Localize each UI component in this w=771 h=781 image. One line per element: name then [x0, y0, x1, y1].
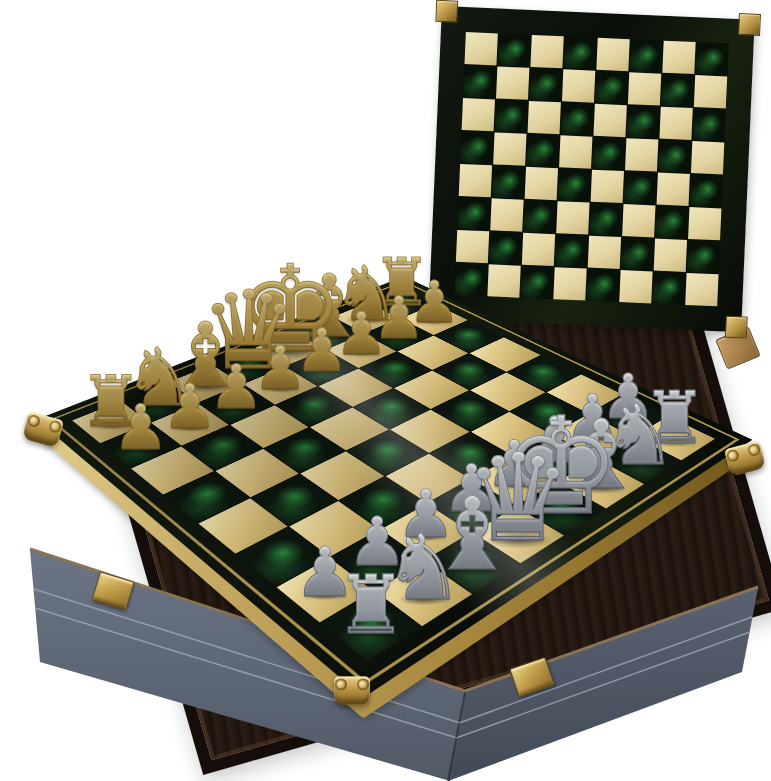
empty-board-square-c4	[525, 167, 558, 200]
empty-board-square-f2	[621, 237, 654, 270]
corner-bracket	[738, 13, 761, 36]
empty-board-square-h6	[692, 108, 725, 141]
empty-board-square-b7	[496, 66, 529, 99]
empty-board-square-d3	[556, 201, 589, 234]
empty-board	[428, 6, 754, 332]
empty-board-square-a7	[463, 65, 496, 98]
empty-board-square-a4	[459, 164, 492, 197]
empty-board-square-f4	[624, 171, 657, 204]
empty-board-square-h1	[685, 273, 718, 306]
empty-board-square-b5	[493, 132, 526, 165]
empty-board-square-d1	[553, 267, 586, 300]
empty-board-square-e5	[592, 137, 625, 170]
empty-board-square-a8	[464, 32, 497, 65]
empty-board-square-d8	[563, 36, 596, 69]
empty-board-square-c7	[529, 68, 562, 101]
empty-board-square-c1	[520, 266, 553, 299]
empty-board-square-g5	[658, 140, 691, 173]
empty-board-square-b1	[487, 264, 520, 297]
empty-board-square-e3	[589, 203, 622, 236]
empty-board-square-h3	[688, 207, 721, 240]
product-photo-scene: ♜♞♝♛♚♝♞♜♟♟♟♟♟♟♟♟♟♟♟♟♟♟♟♟♜♞♝♛♚♝♞♜	[0, 0, 771, 781]
empty-board-square-g2	[654, 239, 687, 272]
empty-board-square-b4	[492, 165, 525, 198]
empty-board-square-e2	[588, 236, 621, 269]
empty-board-square-b8	[497, 34, 530, 67]
empty-board-square-c2	[522, 233, 555, 266]
empty-board-square-c5	[526, 134, 559, 167]
empty-board-square-a5	[460, 131, 493, 164]
empty-board-square-h8	[695, 42, 728, 75]
empty-board-square-e7	[595, 71, 628, 104]
empty-board-square-c3	[523, 200, 556, 233]
empty-board-square-b3	[490, 198, 523, 231]
empty-board-square-f3	[622, 204, 655, 237]
empty-board-square-h2	[687, 240, 720, 273]
empty-board-square-a6	[462, 98, 495, 131]
empty-board-square-f8	[629, 39, 662, 72]
empty-board-square-a2	[456, 230, 489, 263]
empty-board-square-a1	[454, 263, 487, 296]
empty-board-square-c8	[530, 35, 563, 68]
empty-board-square-b6	[495, 99, 528, 132]
empty-board-square-h5	[691, 141, 724, 174]
empty-board-square-g4	[657, 173, 690, 206]
empty-board-square-b2	[489, 231, 522, 264]
empty-board-square-a3	[457, 197, 490, 230]
empty-board-square-d7	[562, 69, 595, 102]
corner-bracket	[435, 0, 458, 23]
empty-board-square-e8	[596, 38, 629, 71]
empty-board-square-g1	[652, 271, 685, 304]
empty-board-square-f6	[626, 105, 659, 138]
empty-board-grid	[454, 32, 728, 306]
corner-bracket	[725, 316, 748, 339]
empty-board-square-d2	[555, 234, 588, 267]
empty-board-square-h7	[694, 75, 727, 108]
empty-board-square-g8	[662, 41, 695, 74]
empty-board-square-d4	[558, 168, 591, 201]
empty-board-square-f1	[619, 270, 652, 303]
empty-board-square-g6	[659, 107, 692, 140]
empty-board-square-g7	[661, 74, 694, 107]
empty-board-square-e1	[586, 269, 619, 302]
empty-board-square-e4	[591, 170, 624, 203]
empty-board-square-e6	[593, 104, 626, 137]
empty-board-square-d5	[559, 135, 592, 168]
empty-board-square-h4	[690, 174, 723, 207]
empty-board-square-f7	[628, 72, 661, 105]
empty-board-square-f5	[625, 138, 658, 171]
empty-board-square-g3	[655, 206, 688, 239]
empty-board-square-c6	[528, 101, 561, 134]
empty-board-square-d6	[561, 102, 594, 135]
